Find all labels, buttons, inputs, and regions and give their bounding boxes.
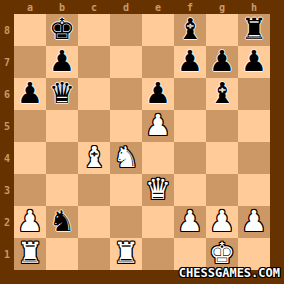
chessboard-frame: abcdefgh 87654321 ♚♝♜♟♟♟♟♟♛♟♝♟♝♞♛♟♞♟♟♟♜♜… — [0, 0, 284, 284]
black-pawn-icon[interactable]: ♟ — [241, 45, 267, 77]
file-label-e: e — [142, 0, 174, 14]
rank-label-4: 4 — [0, 142, 14, 174]
square-h2[interactable]: ♟ — [238, 206, 270, 238]
square-f6[interactable] — [174, 78, 206, 110]
square-c6[interactable] — [78, 78, 110, 110]
square-a1[interactable]: ♜ — [14, 238, 46, 270]
rank-label-6: 6 — [0, 78, 14, 110]
black-pawn-icon[interactable]: ♟ — [145, 77, 171, 109]
square-e6[interactable]: ♟ — [142, 78, 174, 110]
square-a7[interactable] — [14, 46, 46, 78]
white-knight-icon[interactable]: ♞ — [113, 141, 139, 173]
square-g3[interactable] — [206, 174, 238, 206]
square-b2[interactable]: ♞ — [46, 206, 78, 238]
black-pawn-icon[interactable]: ♟ — [177, 45, 203, 77]
square-e8[interactable] — [142, 14, 174, 46]
file-label-a: a — [14, 0, 46, 14]
square-c3[interactable] — [78, 174, 110, 206]
square-a6[interactable]: ♟ — [14, 78, 46, 110]
square-h7[interactable]: ♟ — [238, 46, 270, 78]
white-bishop-icon[interactable]: ♝ — [81, 141, 107, 173]
square-a4[interactable] — [14, 142, 46, 174]
black-pawn-icon[interactable]: ♟ — [17, 77, 43, 109]
square-h5[interactable] — [238, 110, 270, 142]
square-c4[interactable]: ♝ — [78, 142, 110, 174]
chessboard: ♚♝♜♟♟♟♟♟♛♟♝♟♝♞♛♟♞♟♟♟♜♜♚ — [14, 14, 270, 270]
white-pawn-icon[interactable]: ♟ — [177, 205, 203, 237]
square-g7[interactable]: ♟ — [206, 46, 238, 78]
black-king-icon[interactable]: ♚ — [49, 13, 75, 45]
black-bishop-icon[interactable]: ♝ — [209, 77, 235, 109]
square-f5[interactable] — [174, 110, 206, 142]
square-g4[interactable] — [206, 142, 238, 174]
square-c8[interactable] — [78, 14, 110, 46]
square-b6[interactable]: ♛ — [46, 78, 78, 110]
black-queen-icon[interactable]: ♛ — [49, 77, 75, 109]
square-d4[interactable]: ♞ — [110, 142, 142, 174]
square-g2[interactable]: ♟ — [206, 206, 238, 238]
square-h6[interactable] — [238, 78, 270, 110]
square-d8[interactable] — [110, 14, 142, 46]
square-c5[interactable] — [78, 110, 110, 142]
square-d7[interactable] — [110, 46, 142, 78]
rank-label-3: 3 — [0, 174, 14, 206]
rank-label-2: 2 — [0, 206, 14, 238]
square-e2[interactable] — [142, 206, 174, 238]
square-d5[interactable] — [110, 110, 142, 142]
square-h8[interactable]: ♜ — [238, 14, 270, 46]
square-b5[interactable] — [46, 110, 78, 142]
white-pawn-icon[interactable]: ♟ — [17, 205, 43, 237]
white-rook-icon[interactable]: ♜ — [17, 237, 43, 269]
square-b3[interactable] — [46, 174, 78, 206]
chessgames-watermark: CHESSGAMES.COM — [179, 266, 280, 280]
square-d3[interactable] — [110, 174, 142, 206]
square-g6[interactable]: ♝ — [206, 78, 238, 110]
white-rook-icon[interactable]: ♜ — [113, 237, 139, 269]
square-f2[interactable]: ♟ — [174, 206, 206, 238]
square-a8[interactable] — [14, 14, 46, 46]
file-label-c: c — [78, 0, 110, 14]
white-king-icon[interactable]: ♚ — [209, 237, 235, 269]
square-a5[interactable] — [14, 110, 46, 142]
square-b8[interactable]: ♚ — [46, 14, 78, 46]
square-a3[interactable] — [14, 174, 46, 206]
square-e7[interactable] — [142, 46, 174, 78]
square-c1[interactable] — [78, 238, 110, 270]
square-f3[interactable] — [174, 174, 206, 206]
rank-labels: 87654321 — [0, 14, 14, 270]
black-pawn-icon[interactable]: ♟ — [49, 45, 75, 77]
square-g8[interactable] — [206, 14, 238, 46]
white-pawn-icon[interactable]: ♟ — [241, 205, 267, 237]
black-rook-icon[interactable]: ♜ — [241, 13, 267, 45]
square-f7[interactable]: ♟ — [174, 46, 206, 78]
square-d6[interactable] — [110, 78, 142, 110]
square-b7[interactable]: ♟ — [46, 46, 78, 78]
white-queen-icon[interactable]: ♛ — [145, 173, 171, 205]
square-b1[interactable] — [46, 238, 78, 270]
black-pawn-icon[interactable]: ♟ — [209, 45, 235, 77]
square-h3[interactable] — [238, 174, 270, 206]
file-label-g: g — [206, 0, 238, 14]
rank-label-5: 5 — [0, 110, 14, 142]
square-c2[interactable] — [78, 206, 110, 238]
square-e3[interactable]: ♛ — [142, 174, 174, 206]
square-h4[interactable] — [238, 142, 270, 174]
white-pawn-icon[interactable]: ♟ — [209, 205, 235, 237]
square-f4[interactable] — [174, 142, 206, 174]
rank-label-7: 7 — [0, 46, 14, 78]
square-e1[interactable] — [142, 238, 174, 270]
black-knight-icon[interactable]: ♞ — [49, 205, 75, 237]
file-label-d: d — [110, 0, 142, 14]
square-e4[interactable] — [142, 142, 174, 174]
square-d1[interactable]: ♜ — [110, 238, 142, 270]
square-c7[interactable] — [78, 46, 110, 78]
square-a2[interactable]: ♟ — [14, 206, 46, 238]
rank-label-8: 8 — [0, 14, 14, 46]
black-bishop-icon[interactable]: ♝ — [177, 13, 203, 45]
square-g5[interactable] — [206, 110, 238, 142]
square-d2[interactable] — [110, 206, 142, 238]
square-e5[interactable]: ♟ — [142, 110, 174, 142]
square-f8[interactable]: ♝ — [174, 14, 206, 46]
rank-label-1: 1 — [0, 238, 14, 270]
white-pawn-icon[interactable]: ♟ — [145, 109, 171, 141]
square-b4[interactable] — [46, 142, 78, 174]
